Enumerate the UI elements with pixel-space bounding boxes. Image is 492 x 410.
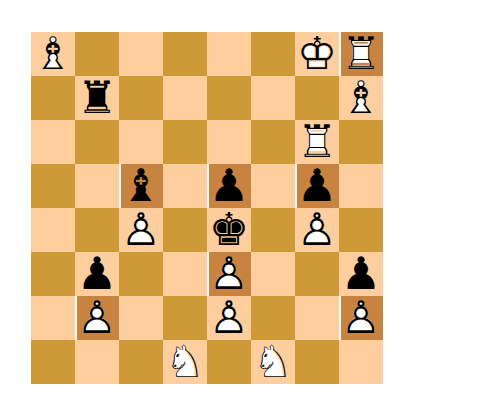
square-c8[interactable] (119, 32, 163, 76)
piece-white-king-g8[interactable]: ♚♔ (295, 32, 339, 76)
piece-black-pawn-g5[interactable]: ♟ (295, 164, 339, 208)
square-f8[interactable] (251, 32, 295, 76)
square-d5[interactable] (163, 164, 207, 208)
square-b4[interactable] (75, 208, 119, 252)
piece-white-bishop-a8[interactable]: ♝♗ (31, 32, 75, 76)
square-b6[interactable] (75, 120, 119, 164)
square-a6[interactable] (31, 120, 75, 164)
white-piece-outline-glyph: ♘ (251, 340, 295, 384)
white-piece-outline-glyph: ♗ (31, 32, 75, 76)
black-piece-glyph: ♜ (75, 76, 119, 120)
piece-white-knight-f1[interactable]: ♞♘ (251, 340, 295, 384)
black-piece-glyph: ♝ (119, 164, 163, 208)
piece-white-bishop-h7[interactable]: ♝♗ (339, 76, 383, 120)
piece-white-pawn-e2[interactable]: ♟♙ (207, 296, 251, 340)
square-e4[interactable]: ♚ (207, 208, 251, 252)
square-e7[interactable] (207, 76, 251, 120)
square-g5[interactable]: ♟ (295, 164, 339, 208)
white-piece-outline-glyph: ♗ (339, 76, 383, 120)
square-a4[interactable] (31, 208, 75, 252)
white-piece-outline-glyph: ♔ (295, 32, 339, 76)
black-piece-glyph: ♟ (295, 164, 339, 208)
black-piece-glyph: ♚ (207, 208, 251, 252)
piece-white-rook-h8[interactable]: ♜♖ (339, 32, 383, 76)
square-d1[interactable]: ♞♘ (163, 340, 207, 384)
white-piece-outline-glyph: ♙ (119, 208, 163, 252)
piece-white-pawn-b2[interactable]: ♟♙ (75, 296, 119, 340)
square-c7[interactable] (119, 76, 163, 120)
white-piece-outline-glyph: ♙ (295, 208, 339, 252)
square-d7[interactable] (163, 76, 207, 120)
white-piece-outline-glyph: ♖ (295, 120, 339, 164)
black-piece-glyph: ♟ (75, 252, 119, 296)
square-b7[interactable]: ♜ (75, 76, 119, 120)
square-d6[interactable] (163, 120, 207, 164)
square-c6[interactable] (119, 120, 163, 164)
white-piece-outline-glyph: ♙ (207, 252, 251, 296)
piece-white-knight-d1[interactable]: ♞♘ (163, 340, 207, 384)
square-h5[interactable] (339, 164, 383, 208)
white-piece-outline-glyph: ♙ (75, 296, 119, 340)
white-piece-outline-glyph: ♖ (339, 32, 383, 76)
square-c2[interactable] (119, 296, 163, 340)
piece-black-pawn-e5[interactable]: ♟ (207, 164, 251, 208)
square-c3[interactable] (119, 252, 163, 296)
black-piece-glyph: ♟ (207, 164, 251, 208)
piece-black-king-e4[interactable]: ♚ (207, 208, 251, 252)
piece-black-pawn-b3[interactable]: ♟ (75, 252, 119, 296)
square-g6[interactable]: ♜♖ (295, 120, 339, 164)
square-g7[interactable] (295, 76, 339, 120)
square-b1[interactable] (75, 340, 119, 384)
square-f2[interactable] (251, 296, 295, 340)
square-a2[interactable] (31, 296, 75, 340)
square-f7[interactable] (251, 76, 295, 120)
piece-white-pawn-c4[interactable]: ♟♙ (119, 208, 163, 252)
square-f4[interactable] (251, 208, 295, 252)
square-h6[interactable] (339, 120, 383, 164)
square-d4[interactable] (163, 208, 207, 252)
square-h7[interactable]: ♝♗ (339, 76, 383, 120)
square-e2[interactable]: ♟♙ (207, 296, 251, 340)
white-piece-outline-glyph: ♘ (163, 340, 207, 384)
square-f6[interactable] (251, 120, 295, 164)
square-a5[interactable] (31, 164, 75, 208)
square-a8[interactable]: ♝♗ (31, 32, 75, 76)
square-b8[interactable] (75, 32, 119, 76)
square-h4[interactable] (339, 208, 383, 252)
square-d3[interactable] (163, 252, 207, 296)
square-h1[interactable] (339, 340, 383, 384)
piece-white-pawn-g4[interactable]: ♟♙ (295, 208, 339, 252)
square-e1[interactable] (207, 340, 251, 384)
piece-white-pawn-h2[interactable]: ♟♙ (339, 296, 383, 340)
square-c4[interactable]: ♟♙ (119, 208, 163, 252)
square-g4[interactable]: ♟♙ (295, 208, 339, 252)
square-f1[interactable]: ♞♘ (251, 340, 295, 384)
white-piece-outline-glyph: ♙ (339, 296, 383, 340)
square-h8[interactable]: ♜♖ (339, 32, 383, 76)
square-h3[interactable]: ♟ (339, 252, 383, 296)
square-d8[interactable] (163, 32, 207, 76)
square-c1[interactable] (119, 340, 163, 384)
square-e3[interactable]: ♟♙ (207, 252, 251, 296)
square-g8[interactable]: ♚♔ (295, 32, 339, 76)
piece-white-pawn-e3[interactable]: ♟♙ (207, 252, 251, 296)
square-b2[interactable]: ♟♙ (75, 296, 119, 340)
square-a7[interactable] (31, 76, 75, 120)
square-b5[interactable] (75, 164, 119, 208)
square-d2[interactable] (163, 296, 207, 340)
square-g2[interactable] (295, 296, 339, 340)
square-e8[interactable] (207, 32, 251, 76)
piece-black-rook-b7[interactable]: ♜ (75, 76, 119, 120)
black-piece-glyph: ♟ (339, 252, 383, 296)
square-b3[interactable]: ♟ (75, 252, 119, 296)
square-f5[interactable] (251, 164, 295, 208)
piece-black-bishop-c5[interactable]: ♝ (119, 164, 163, 208)
square-e5[interactable]: ♟ (207, 164, 251, 208)
square-f3[interactable] (251, 252, 295, 296)
chess-board: ♝♗♚♔♜♖♜♝♗♜♖♝♟♟♟♙♚♟♙♟♟♙♟♟♙♟♙♟♙♞♘♞♘ (31, 32, 383, 384)
square-a3[interactable] (31, 252, 75, 296)
square-a1[interactable] (31, 340, 75, 384)
square-c5[interactable]: ♝ (119, 164, 163, 208)
square-e6[interactable] (207, 120, 251, 164)
piece-black-pawn-h3[interactable]: ♟ (339, 252, 383, 296)
square-h2[interactable]: ♟♙ (339, 296, 383, 340)
app-canvas: ♝♗♚♔♜♖♜♝♗♜♖♝♟♟♟♙♚♟♙♟♟♙♟♟♙♟♙♟♙♞♘♞♘ (0, 0, 492, 410)
white-piece-outline-glyph: ♙ (207, 296, 251, 340)
square-g1[interactable] (295, 340, 339, 384)
piece-white-rook-g6[interactable]: ♜♖ (295, 120, 339, 164)
square-g3[interactable] (295, 252, 339, 296)
